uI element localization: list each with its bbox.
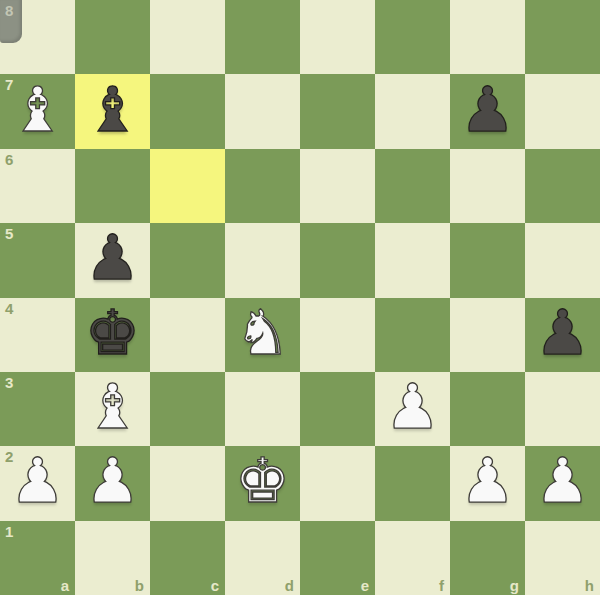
square-f5[interactable] [375, 223, 450, 297]
square-c5[interactable] [150, 223, 225, 297]
rank-label-1: 1 [5, 523, 13, 540]
square-b2[interactable]: ♟ [75, 446, 150, 520]
square-b5[interactable]: ♟ [75, 223, 150, 297]
piece-black-pawn[interactable]: ♟ [525, 298, 600, 372]
square-b4[interactable]: ♚ [75, 298, 150, 372]
file-label-a: a [61, 577, 69, 594]
square-b6[interactable] [75, 149, 150, 223]
piece-white-bishop[interactable]: ♝ [0, 74, 75, 148]
square-g4[interactable] [450, 298, 525, 372]
square-h7[interactable] [525, 74, 600, 148]
square-f8[interactable] [375, 0, 450, 74]
square-d6[interactable] [225, 149, 300, 223]
square-c7[interactable] [150, 74, 225, 148]
square-a4[interactable]: 4 [0, 298, 75, 372]
square-c8[interactable] [150, 0, 225, 74]
square-e7[interactable] [300, 74, 375, 148]
square-d2[interactable]: ♚ [225, 446, 300, 520]
square-c2[interactable] [150, 446, 225, 520]
piece-white-pawn[interactable]: ♟ [450, 446, 525, 520]
square-d3[interactable] [225, 372, 300, 446]
square-e1[interactable]: e [300, 521, 375, 595]
file-label-g: g [510, 577, 519, 594]
square-h1[interactable]: h [525, 521, 600, 595]
square-h5[interactable] [525, 223, 600, 297]
square-f2[interactable] [375, 446, 450, 520]
chess-board: 87♝♝♟65♟4♚♞♟3♝♟2♟♟♚♟♟1abcdefgh [0, 0, 600, 595]
file-label-h: h [585, 577, 594, 594]
square-a5[interactable]: 5 [0, 223, 75, 297]
square-f6[interactable] [375, 149, 450, 223]
square-a7[interactable]: 7♝ [0, 74, 75, 148]
square-h4[interactable]: ♟ [525, 298, 600, 372]
square-h3[interactable] [525, 372, 600, 446]
square-g8[interactable] [450, 0, 525, 74]
square-c1[interactable]: c [150, 521, 225, 595]
piece-white-bishop[interactable]: ♝ [75, 372, 150, 446]
file-label-b: b [135, 577, 144, 594]
piece-white-knight[interactable]: ♞ [225, 298, 300, 372]
square-b7[interactable]: ♝ [75, 74, 150, 148]
square-h6[interactable] [525, 149, 600, 223]
piece-black-pawn[interactable]: ♟ [450, 74, 525, 148]
square-g2[interactable]: ♟ [450, 446, 525, 520]
square-f7[interactable] [375, 74, 450, 148]
square-g5[interactable] [450, 223, 525, 297]
square-d1[interactable]: d [225, 521, 300, 595]
square-e4[interactable] [300, 298, 375, 372]
square-c4[interactable] [150, 298, 225, 372]
square-f4[interactable] [375, 298, 450, 372]
square-d7[interactable] [225, 74, 300, 148]
square-e2[interactable] [300, 446, 375, 520]
square-c3[interactable] [150, 372, 225, 446]
square-e5[interactable] [300, 223, 375, 297]
piece-white-pawn[interactable]: ♟ [75, 446, 150, 520]
square-d4[interactable]: ♞ [225, 298, 300, 372]
square-e8[interactable] [300, 0, 375, 74]
rank-label-5: 5 [5, 225, 13, 242]
file-label-f: f [439, 577, 444, 594]
square-a6[interactable]: 6 [0, 149, 75, 223]
square-b8[interactable] [75, 0, 150, 74]
square-h8[interactable] [525, 0, 600, 74]
rank-label-8: 8 [5, 2, 13, 19]
square-a1[interactable]: 1a [0, 521, 75, 595]
square-h2[interactable]: ♟ [525, 446, 600, 520]
square-e3[interactable] [300, 372, 375, 446]
piece-black-bishop[interactable]: ♝ [75, 74, 150, 148]
piece-black-pawn[interactable]: ♟ [75, 223, 150, 297]
square-b3[interactable]: ♝ [75, 372, 150, 446]
square-g3[interactable] [450, 372, 525, 446]
square-g1[interactable]: g [450, 521, 525, 595]
square-e6[interactable] [300, 149, 375, 223]
file-label-d: d [285, 577, 294, 594]
piece-white-king[interactable]: ♚ [225, 446, 300, 520]
square-a2[interactable]: 2♟ [0, 446, 75, 520]
square-c6[interactable] [150, 149, 225, 223]
rank-label-4: 4 [5, 300, 13, 317]
square-f3[interactable]: ♟ [375, 372, 450, 446]
square-g6[interactable] [450, 149, 525, 223]
square-b1[interactable]: b [75, 521, 150, 595]
rank-label-3: 3 [5, 374, 13, 391]
chess-board-container: 87♝♝♟65♟4♚♞♟3♝♟2♟♟♚♟♟1abcdefgh [0, 0, 600, 595]
piece-black-king[interactable]: ♚ [75, 298, 150, 372]
piece-white-pawn[interactable]: ♟ [0, 446, 75, 520]
square-d5[interactable] [225, 223, 300, 297]
square-a3[interactable]: 3 [0, 372, 75, 446]
square-f1[interactable]: f [375, 521, 450, 595]
square-g7[interactable]: ♟ [450, 74, 525, 148]
file-label-c: c [211, 577, 219, 594]
file-label-e: e [361, 577, 369, 594]
piece-white-pawn[interactable]: ♟ [375, 372, 450, 446]
piece-white-pawn[interactable]: ♟ [525, 446, 600, 520]
rank-label-6: 6 [5, 151, 13, 168]
square-d8[interactable] [225, 0, 300, 74]
